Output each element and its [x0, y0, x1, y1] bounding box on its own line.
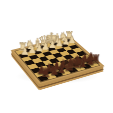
chess-piece-black-rook[interactable]: ♜ — [40, 67, 48, 80]
chess-piece-white-pawn[interactable]: ♟ — [20, 46, 28, 56]
board-square[interactable]: ♜ — [38, 75, 49, 81]
product-photo: ♜♞♝♛♚♝♞♜♟♟♟♟♟♟♟♟♟♟♟♟♟♟♟♟♜♞♝♛♚♝♞♜ — [0, 0, 113, 113]
